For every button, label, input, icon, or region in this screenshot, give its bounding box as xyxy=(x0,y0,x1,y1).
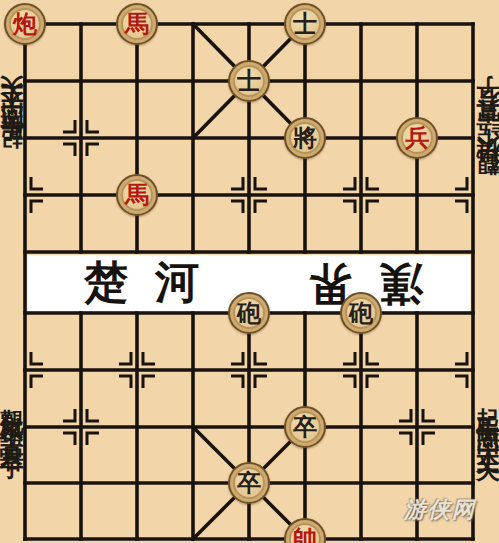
piece-black-advisor[interactable]: 士 xyxy=(284,3,326,45)
piece-black-cannon[interactable]: 砲 xyxy=(340,292,382,334)
piece-black-soldier[interactable]: 卒 xyxy=(284,406,326,448)
piece-red-horse[interactable]: 馬 xyxy=(116,174,158,216)
proverb-right-bottom: 起手無回大丈夫 xyxy=(476,303,499,531)
piece-red-soldier[interactable]: 兵 xyxy=(396,117,438,159)
proverb-left-bottom: 觀棋不語真君子 xyxy=(0,303,24,531)
proverb-left-top: 起手無回大丈夫 xyxy=(0,26,24,254)
piece-black-general[interactable]: 將 xyxy=(284,117,326,159)
watermark-logo: 游侠网 xyxy=(404,495,476,525)
piece-black-soldier[interactable]: 卒 xyxy=(228,462,270,504)
river-label-chu-he: 楚河 xyxy=(84,256,226,310)
proverb-right-top: 觀棋不語真君子 xyxy=(476,20,499,282)
piece-black-advisor[interactable]: 士 xyxy=(228,60,270,102)
xiangqi-screenshot: 楚河 漢界 炮馬士士將兵馬砲砲卒卒帥 起手無回大丈夫 觀棋不語真君子 觀棋不語真… xyxy=(0,0,499,543)
piece-black-cannon[interactable]: 砲 xyxy=(228,292,270,334)
piece-red-horse[interactable]: 馬 xyxy=(116,3,158,45)
